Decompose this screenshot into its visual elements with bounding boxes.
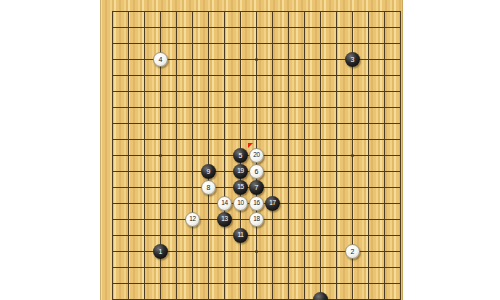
stone-18-white[interactable]: 18 <box>249 212 264 227</box>
go-board[interactable]: 1234567891011121314151617181920 <box>100 0 403 300</box>
move-number-label: 4 <box>159 56 163 63</box>
stone-3-black[interactable]: 3 <box>345 52 360 67</box>
stone-1-black[interactable]: 1 <box>153 244 168 259</box>
stone-14-white[interactable]: 14 <box>217 196 232 211</box>
stone-20-white[interactable]: 20 <box>249 148 264 163</box>
move-number-label: 8 <box>207 184 211 191</box>
star-point <box>351 154 354 157</box>
star-point <box>159 154 162 157</box>
move-number-label: 19 <box>237 168 244 174</box>
move-number-label: 10 <box>237 200 244 206</box>
stone-9-black[interactable]: 9 <box>201 164 216 179</box>
stone-13-black[interactable]: 13 <box>217 212 232 227</box>
stone-2-white[interactable]: 2 <box>345 244 360 259</box>
move-number-label: 16 <box>253 200 260 206</box>
move-number-label: 7 <box>255 184 259 191</box>
stone-15-black[interactable]: 15 <box>233 180 248 195</box>
move-number-label: 2 <box>351 248 355 255</box>
stone-5-black[interactable]: 5 <box>233 148 248 163</box>
move-number-label: 11 <box>237 232 243 238</box>
stone-6-white[interactable]: 6 <box>249 164 264 179</box>
star-point <box>255 250 258 253</box>
move-number-label: 20 <box>253 152 260 158</box>
move-number-label: 3 <box>351 56 355 63</box>
stone-17-black[interactable]: 17 <box>265 196 280 211</box>
stone-16-white[interactable]: 16 <box>249 196 264 211</box>
stone-19-black[interactable]: 19 <box>233 164 248 179</box>
move-number-label: 1 <box>159 248 163 255</box>
stone-8-white[interactable]: 8 <box>201 180 216 195</box>
move-number-label: 17 <box>269 200 276 206</box>
move-number-label: 14 <box>221 200 228 206</box>
stone-10-white[interactable]: 10 <box>233 196 248 211</box>
move-number-label: 13 <box>221 216 228 222</box>
move-number-label: 12 <box>189 216 196 222</box>
stone-12-white[interactable]: 12 <box>185 212 200 227</box>
stone-7-black[interactable]: 7 <box>249 180 264 195</box>
move-number-label: 6 <box>255 168 259 175</box>
stone-11-black[interactable]: 11 <box>233 228 248 243</box>
star-point <box>255 58 258 61</box>
page-background: 1234567891011121314151617181920 <box>0 0 500 300</box>
move-number-label: 5 <box>239 152 243 159</box>
move-number-label: 15 <box>237 184 244 190</box>
move-number-label: 18 <box>253 216 260 222</box>
move-number-label: 9 <box>207 168 211 175</box>
stone-4-white[interactable]: 4 <box>153 52 168 67</box>
